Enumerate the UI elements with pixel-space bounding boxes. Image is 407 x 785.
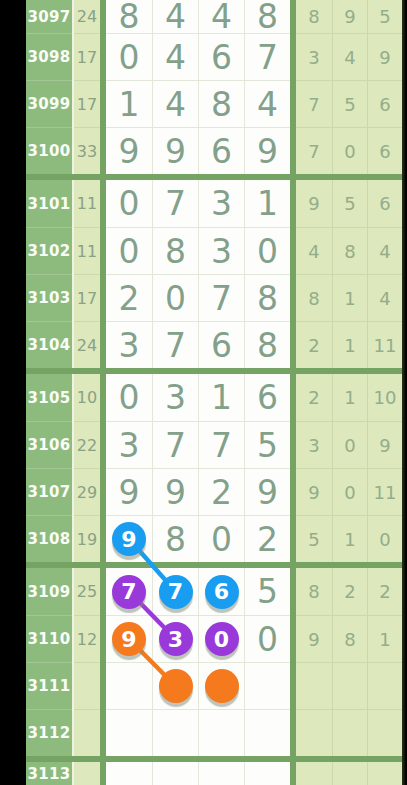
digit-cell[interactable]: 7	[152, 180, 198, 227]
digit-cell[interactable]: 2	[106, 274, 152, 321]
draw-number: 3112	[26, 709, 72, 756]
draw-number: 3106	[26, 421, 72, 468]
draw-number: 3113	[26, 762, 72, 785]
stat-cell: 5	[367, 0, 402, 33]
digit-cell[interactable]: 2	[244, 515, 290, 562]
digit-cell[interactable]: 6	[198, 321, 244, 368]
stat-cell: 9	[296, 180, 332, 227]
digit-cell[interactable]: 1	[106, 80, 152, 127]
digit-cell[interactable]: 8	[198, 80, 244, 127]
stat-cell	[332, 762, 367, 785]
digit-cell[interactable]: 3	[198, 180, 244, 227]
digit-cell[interactable]: 3	[198, 227, 244, 274]
digit-cell[interactable]: 7	[152, 321, 198, 368]
stat-cell: 5	[296, 515, 332, 562]
digit-cell[interactable]: 7	[106, 568, 152, 615]
stat-cell: 1	[367, 615, 402, 662]
digit-cell[interactable]: 8	[244, 321, 290, 368]
digit-cell[interactable]: 9	[152, 127, 198, 174]
digit-cell[interactable]: 4	[152, 0, 198, 33]
digit-cell[interactable]	[198, 762, 244, 785]
stat-cell	[332, 662, 367, 709]
digit-cell[interactable]: 7	[198, 274, 244, 321]
stat-cell: 8	[296, 568, 332, 615]
digit-cell[interactable]: 8	[152, 227, 198, 274]
stat-cell: 1	[332, 274, 367, 321]
digit-cell[interactable]: 0	[106, 33, 152, 80]
draw-row: 3098170467349	[26, 33, 402, 80]
digit-cell[interactable]: 3	[152, 615, 198, 662]
stat-cell: 7	[296, 80, 332, 127]
sum-value: 22	[74, 421, 100, 468]
digit-cell[interactable]: 4	[152, 33, 198, 80]
digit-cell[interactable]: 4	[198, 0, 244, 33]
digit-cell[interactable]	[152, 662, 198, 709]
draw-row: 3103172078814	[26, 274, 402, 321]
stat-cell: 9	[296, 468, 332, 515]
screen-edge-left	[0, 0, 26, 785]
stat-cell	[332, 709, 367, 756]
stat-cell: 8	[296, 274, 332, 321]
digit-cell[interactable]: 9	[106, 515, 152, 562]
digit-cell[interactable]	[244, 762, 290, 785]
draw-number: 3104	[26, 321, 72, 368]
stat-cell: 4	[332, 33, 367, 80]
digit-cell[interactable]: 7	[244, 33, 290, 80]
draw-number: 3105	[26, 374, 72, 421]
lottery-trend-chart[interactable]: 3097248448895309817046734930991714847563…	[26, 0, 402, 785]
stat-cell: 2	[296, 374, 332, 421]
digit-cell[interactable]	[244, 662, 290, 709]
stat-cell	[296, 762, 332, 785]
mark-ball-purple[interactable]: 7	[112, 575, 146, 609]
draw-row: 31072999299011	[26, 468, 402, 515]
stat-cell: 2	[332, 568, 367, 615]
stat-cell: 4	[367, 227, 402, 274]
draw-number: 3111	[26, 662, 72, 709]
stat-cell: 4	[367, 274, 402, 321]
stat-cell: 8	[332, 615, 367, 662]
digit-cell[interactable]: 8	[244, 0, 290, 33]
mark-ball-blue[interactable]: 7	[159, 575, 193, 609]
draw-row: 3110129300981	[26, 615, 402, 662]
digit-cell[interactable]	[198, 662, 244, 709]
digit-cell[interactable]: 4	[244, 80, 290, 127]
screen-edge-right	[402, 0, 407, 785]
draw-number: 3099	[26, 80, 72, 127]
stat-cell: 6	[367, 180, 402, 227]
digit-cell[interactable]	[244, 709, 290, 756]
stat-cell: 9	[367, 33, 402, 80]
stat-cell: 0	[332, 127, 367, 174]
draw-number: 3108	[26, 515, 72, 562]
sum-value	[74, 662, 100, 709]
digit-cell[interactable]: 7	[152, 568, 198, 615]
draw-number: 3101	[26, 180, 72, 227]
sum-value: 19	[74, 515, 100, 562]
digit-cell[interactable]: 2	[198, 468, 244, 515]
stat-cell: 9	[296, 615, 332, 662]
draw-row: 3108199802510	[26, 515, 402, 562]
sum-value: 24	[74, 321, 100, 368]
digit-cell[interactable]	[152, 709, 198, 756]
digit-cell[interactable]: 6	[244, 374, 290, 421]
draw-row: 3097248448895	[26, 0, 402, 33]
digit-cell[interactable]: 0	[198, 615, 244, 662]
stat-cell: 1	[332, 515, 367, 562]
digit-cell[interactable]	[198, 709, 244, 756]
stat-cell: 1	[332, 374, 367, 421]
digit-cell[interactable]: 7	[198, 421, 244, 468]
stat-cell: 2	[367, 568, 402, 615]
digit-cell[interactable]: 9	[106, 468, 152, 515]
stat-cell: 6	[367, 80, 402, 127]
mark-ball-orange[interactable]: 9	[112, 622, 146, 656]
digit-cell[interactable]	[106, 762, 152, 785]
sum-value	[74, 762, 100, 785]
stat-cell: 11	[367, 321, 402, 368]
stat-cell: 10	[367, 374, 402, 421]
stat-cell: 8	[296, 0, 332, 33]
draw-number: 3102	[26, 227, 72, 274]
draw-row: 3099171484756	[26, 80, 402, 127]
digit-cell[interactable]: 9	[106, 615, 152, 662]
stat-cell: 5	[332, 180, 367, 227]
digit-cell[interactable]: 9	[106, 127, 152, 174]
digit-cell[interactable]: 0	[106, 180, 152, 227]
digit-cell[interactable]: 8	[152, 515, 198, 562]
stat-cell	[367, 662, 402, 709]
draw-number: 3098	[26, 33, 72, 80]
draw-row: 3111	[26, 662, 402, 709]
stat-cell: 0	[367, 515, 402, 562]
draw-row: 3113	[26, 762, 402, 785]
stat-cell: 2	[296, 321, 332, 368]
sum-value: 29	[74, 468, 100, 515]
digit-cell[interactable]: 7	[152, 421, 198, 468]
draw-row: 3100339969706	[26, 127, 402, 174]
draw-number: 3103	[26, 274, 72, 321]
digit-cell[interactable]: 0	[106, 227, 152, 274]
digit-cell[interactable]: 3	[106, 321, 152, 368]
digit-cell[interactable]: 3	[106, 421, 152, 468]
sum-value: 11	[74, 180, 100, 227]
stat-cell: 4	[296, 227, 332, 274]
sum-value: 12	[74, 615, 100, 662]
stat-cell: 7	[296, 127, 332, 174]
stat-cell: 1	[332, 321, 367, 368]
digit-cell[interactable]: 5	[244, 568, 290, 615]
draw-row: 3109257765822	[26, 568, 402, 615]
digit-cell[interactable]: 6	[198, 33, 244, 80]
draw-row: 3106223775309	[26, 421, 402, 468]
sum-value: 24	[74, 0, 100, 33]
digit-cell[interactable]: 0	[244, 227, 290, 274]
mark-ball-blue[interactable]: 6	[205, 575, 239, 609]
draw-row: 31042437682111	[26, 321, 402, 368]
draw-number: 3110	[26, 615, 72, 662]
digit-cell[interactable]: 4	[152, 80, 198, 127]
draw-number: 3107	[26, 468, 72, 515]
digit-cell[interactable]: 1	[244, 180, 290, 227]
draw-number: 3097	[26, 0, 72, 33]
stat-cell	[367, 709, 402, 756]
mark-ball-purple[interactable]: 3	[159, 622, 193, 656]
sum-value: 17	[74, 274, 100, 321]
digit-cell[interactable]: 6	[198, 127, 244, 174]
draw-row: 3102110830484	[26, 227, 402, 274]
sum-value: 17	[74, 33, 100, 80]
stat-cell: 3	[296, 33, 332, 80]
stat-cell: 3	[296, 421, 332, 468]
digit-cell[interactable]: 0	[152, 274, 198, 321]
stat-cell: 9	[332, 0, 367, 33]
draw-number: 3109	[26, 568, 72, 615]
sum-value: 17	[74, 80, 100, 127]
draw-row: 3112	[26, 709, 402, 756]
draw-row: 3101110731956	[26, 180, 402, 227]
sum-value: 33	[74, 127, 100, 174]
sum-value: 25	[74, 568, 100, 615]
digit-cell[interactable]: 5	[244, 421, 290, 468]
stat-cell: 0	[332, 468, 367, 515]
digit-cell[interactable]: 8	[106, 0, 152, 33]
digit-cell[interactable]: 9	[152, 468, 198, 515]
digit-cell[interactable]: 0	[244, 615, 290, 662]
digit-cell[interactable]: 9	[244, 127, 290, 174]
mark-ball-blue[interactable]: 9	[112, 522, 146, 556]
digit-cell[interactable]: 9	[244, 468, 290, 515]
digit-cell[interactable]	[106, 709, 152, 756]
draw-number: 3100	[26, 127, 72, 174]
stat-cell	[367, 762, 402, 785]
stat-cell: 9	[367, 421, 402, 468]
stat-cell	[296, 662, 332, 709]
stat-cell: 0	[332, 421, 367, 468]
stat-cell: 6	[367, 127, 402, 174]
digit-cell[interactable]: 0	[198, 515, 244, 562]
sum-value: 10	[74, 374, 100, 421]
digit-cell[interactable]	[106, 662, 152, 709]
stat-cell	[296, 709, 332, 756]
stat-cell: 11	[367, 468, 402, 515]
draw-row: 31051003162110	[26, 374, 402, 421]
digit-cell[interactable]: 0	[106, 374, 152, 421]
stat-cell: 5	[332, 80, 367, 127]
digit-cell[interactable]: 6	[198, 568, 244, 615]
sum-value	[74, 709, 100, 756]
mark-ball-orange[interactable]	[159, 669, 193, 703]
mark-ball-orange[interactable]	[205, 669, 239, 703]
digit-cell[interactable]: 3	[152, 374, 198, 421]
digit-cell[interactable]: 1	[198, 374, 244, 421]
digit-cell[interactable]	[152, 762, 198, 785]
digit-cell[interactable]: 8	[244, 274, 290, 321]
mark-ball-purple[interactable]: 0	[205, 622, 239, 656]
sum-value: 11	[74, 227, 100, 274]
stat-cell: 8	[332, 227, 367, 274]
